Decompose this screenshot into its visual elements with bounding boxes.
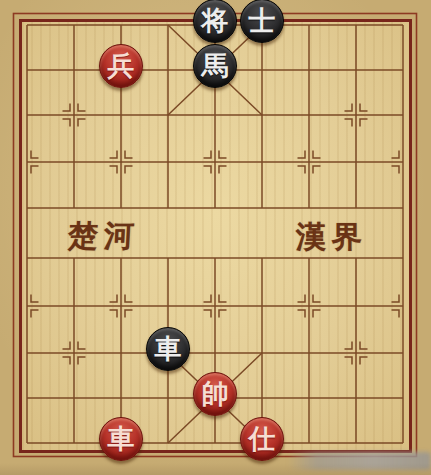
piece-label: 馬 bbox=[202, 44, 229, 88]
piece-red-chariot[interactable]: 車 bbox=[99, 417, 143, 461]
xiangqi-screen: 楚河 漢界 将士馬兵車帥車仕 bbox=[0, 0, 431, 475]
bottom-edge-shade bbox=[0, 463, 431, 475]
piece-label: 将 bbox=[202, 0, 229, 43]
piece-label: 兵 bbox=[108, 44, 135, 88]
piece-label: 士 bbox=[249, 0, 276, 43]
piece-red-general[interactable]: 帥 bbox=[193, 372, 237, 416]
piece-label: 仕 bbox=[249, 417, 276, 461]
river-label-han-jie: 漢界 bbox=[284, 220, 380, 254]
piece-red-soldier[interactable]: 兵 bbox=[99, 44, 143, 88]
piece-label: 車 bbox=[155, 327, 182, 371]
piece-black-chariot[interactable]: 車 bbox=[146, 327, 190, 371]
piece-label: 帥 bbox=[202, 372, 229, 416]
river-label-chu-he: 楚河 bbox=[55, 219, 153, 253]
piece-black-advisor[interactable]: 士 bbox=[240, 0, 284, 43]
piece-red-advisor[interactable]: 仕 bbox=[240, 417, 284, 461]
piece-black-horse[interactable]: 馬 bbox=[193, 44, 237, 88]
piece-label: 車 bbox=[108, 417, 135, 461]
piece-black-general[interactable]: 将 bbox=[193, 0, 237, 43]
